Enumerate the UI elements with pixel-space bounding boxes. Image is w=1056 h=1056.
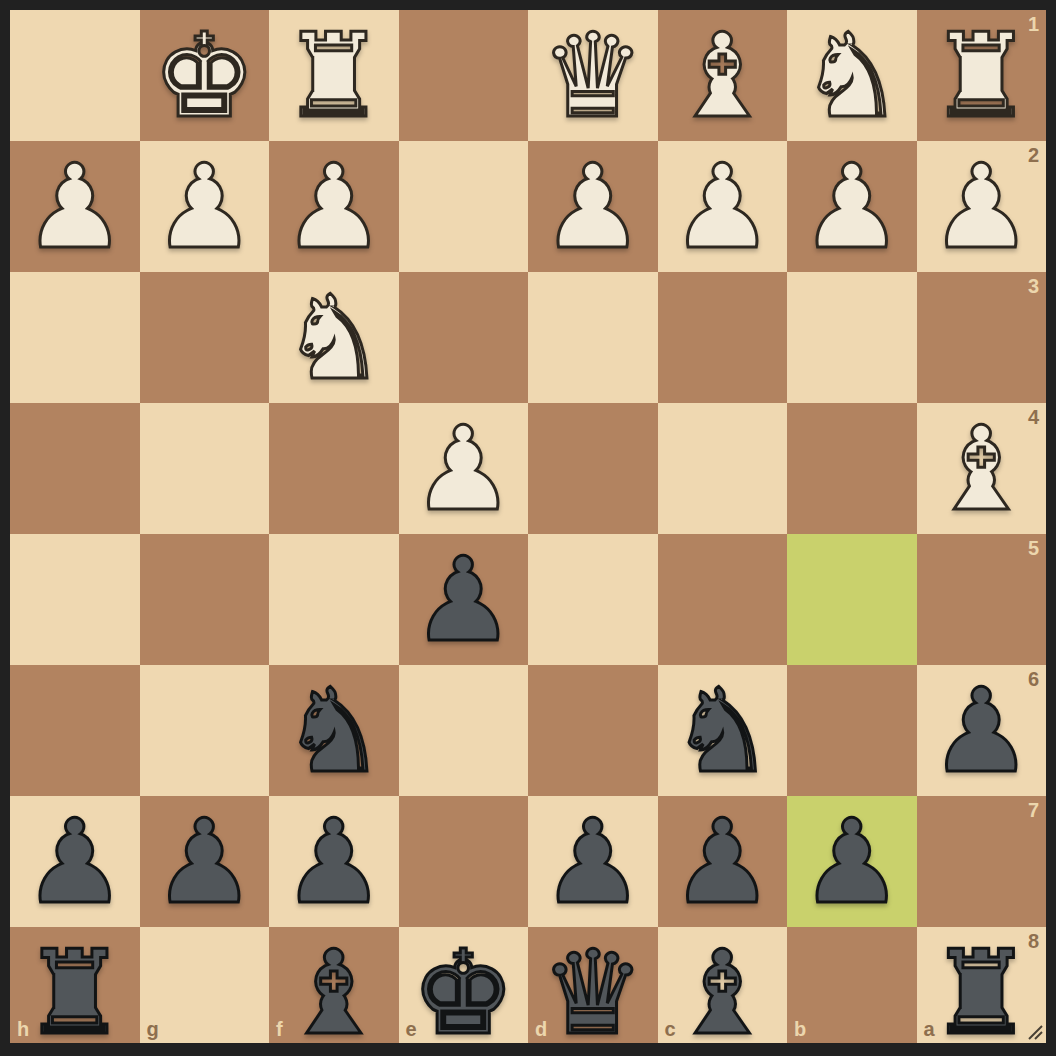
square-f5[interactable]	[269, 534, 399, 665]
piece-black-pawn[interactable]: ♟	[282, 804, 386, 920]
square-b1[interactable]: ♞	[787, 10, 917, 141]
file-label-h: h	[17, 1018, 29, 1041]
square-d4[interactable]	[528, 403, 658, 534]
square-h3[interactable]	[10, 272, 140, 403]
rank-label-5: 5	[1028, 537, 1039, 560]
square-e2[interactable]	[399, 141, 529, 272]
piece-white-rook[interactable]: ♜	[929, 18, 1033, 134]
piece-white-pawn[interactable]: ♟	[929, 149, 1033, 265]
piece-black-queen[interactable]: ♛	[541, 935, 645, 1051]
piece-black-knight[interactable]: ♞	[282, 673, 386, 789]
piece-white-knight[interactable]: ♞	[800, 18, 904, 134]
square-d1[interactable]: ♛	[528, 10, 658, 141]
square-h1[interactable]	[10, 10, 140, 141]
square-g7[interactable]: ♟	[140, 796, 270, 927]
square-a3[interactable]: 3	[917, 272, 1047, 403]
piece-black-pawn[interactable]: ♟	[411, 542, 515, 658]
square-h8[interactable]: h♜	[10, 927, 140, 1056]
piece-white-pawn[interactable]: ♟	[23, 149, 127, 265]
square-a7[interactable]: 7	[917, 796, 1047, 927]
square-e7[interactable]	[399, 796, 529, 927]
square-e3[interactable]	[399, 272, 529, 403]
piece-white-pawn[interactable]: ♟	[670, 149, 774, 265]
piece-white-pawn[interactable]: ♟	[282, 149, 386, 265]
square-e8[interactable]: e♚	[399, 927, 529, 1056]
square-g3[interactable]	[140, 272, 270, 403]
square-g2[interactable]: ♟	[140, 141, 270, 272]
square-f2[interactable]: ♟	[269, 141, 399, 272]
square-a5[interactable]: 5	[917, 534, 1047, 665]
piece-black-knight[interactable]: ♞	[670, 673, 774, 789]
square-h4[interactable]	[10, 403, 140, 534]
square-e5[interactable]: ♟	[399, 534, 529, 665]
square-c1[interactable]: ♝	[658, 10, 788, 141]
rank-label-3: 3	[1028, 275, 1039, 298]
piece-white-pawn[interactable]: ♟	[800, 149, 904, 265]
square-e4[interactable]: ♟	[399, 403, 529, 534]
square-d5[interactable]	[528, 534, 658, 665]
square-c8[interactable]: c♝	[658, 927, 788, 1056]
rank-label-8: 8	[1028, 930, 1039, 953]
piece-white-bishop[interactable]: ♝	[670, 18, 774, 134]
square-b7[interactable]: ♟	[787, 796, 917, 927]
piece-black-pawn[interactable]: ♟	[23, 804, 127, 920]
square-f1[interactable]: ♜	[269, 10, 399, 141]
square-e6[interactable]	[399, 665, 529, 796]
square-f6[interactable]: ♞	[269, 665, 399, 796]
file-label-a: a	[924, 1018, 935, 1041]
piece-white-bishop[interactable]: ♝	[929, 411, 1033, 527]
square-g5[interactable]	[140, 534, 270, 665]
piece-white-pawn[interactable]: ♟	[152, 149, 256, 265]
square-a1[interactable]: 1♜	[917, 10, 1047, 141]
square-a6[interactable]: 6♟	[917, 665, 1047, 796]
square-f3[interactable]: ♞	[269, 272, 399, 403]
rank-label-1: 1	[1028, 13, 1039, 36]
square-f4[interactable]	[269, 403, 399, 534]
piece-black-pawn[interactable]: ♟	[929, 673, 1033, 789]
square-h7[interactable]: ♟	[10, 796, 140, 927]
piece-white-rook[interactable]: ♜	[282, 18, 386, 134]
resize-handle-icon[interactable]	[1025, 1022, 1043, 1040]
square-b3[interactable]	[787, 272, 917, 403]
square-d8[interactable]: d♛	[528, 927, 658, 1056]
square-c2[interactable]: ♟	[658, 141, 788, 272]
piece-black-bishop[interactable]: ♝	[670, 935, 774, 1051]
square-b2[interactable]: ♟	[787, 141, 917, 272]
square-c5[interactable]	[658, 534, 788, 665]
rank-label-2: 2	[1028, 144, 1039, 167]
rank-label-7: 7	[1028, 799, 1039, 822]
square-b8[interactable]: b	[787, 927, 917, 1056]
file-label-g: g	[147, 1018, 159, 1041]
piece-black-bishop[interactable]: ♝	[282, 935, 386, 1051]
piece-white-knight[interactable]: ♞	[282, 280, 386, 396]
square-g8[interactable]: g	[140, 927, 270, 1056]
square-c3[interactable]	[658, 272, 788, 403]
square-h2[interactable]: ♟	[10, 141, 140, 272]
board-frame: ♚♜♛♝♞1♜♟♟♟♟♟♟2♟♞3♟4♝♟5♞♞6♟♟♟♟♟♟♟7h♜gf♝e♚…	[0, 0, 1056, 1056]
piece-white-pawn[interactable]: ♟	[411, 411, 515, 527]
file-label-c: c	[665, 1018, 676, 1041]
piece-black-rook[interactable]: ♜	[23, 935, 127, 1051]
rank-label-4: 4	[1028, 406, 1039, 429]
square-d3[interactable]	[528, 272, 658, 403]
square-b6[interactable]	[787, 665, 917, 796]
file-label-e: e	[406, 1018, 417, 1041]
square-d6[interactable]	[528, 665, 658, 796]
file-label-f: f	[276, 1018, 283, 1041]
square-f7[interactable]: ♟	[269, 796, 399, 927]
square-g1[interactable]: ♚	[140, 10, 270, 141]
piece-white-queen[interactable]: ♛	[541, 18, 645, 134]
piece-black-pawn[interactable]: ♟	[670, 804, 774, 920]
square-d7[interactable]: ♟	[528, 796, 658, 927]
piece-white-king[interactable]: ♚	[152, 18, 256, 134]
square-a4[interactable]: 4♝	[917, 403, 1047, 534]
square-c6[interactable]: ♞	[658, 665, 788, 796]
board-bottom-border	[0, 1043, 1056, 1056]
file-label-b: b	[794, 1018, 806, 1041]
square-e1[interactable]	[399, 10, 529, 141]
piece-black-pawn[interactable]: ♟	[800, 804, 904, 920]
square-d2[interactable]: ♟	[528, 141, 658, 272]
square-a2[interactable]: 2♟	[917, 141, 1047, 272]
square-b5[interactable]	[787, 534, 917, 665]
square-h5[interactable]	[10, 534, 140, 665]
piece-black-king[interactable]: ♚	[411, 935, 515, 1051]
file-label-d: d	[535, 1018, 547, 1041]
square-h6[interactable]	[10, 665, 140, 796]
square-f8[interactable]: f♝	[269, 927, 399, 1056]
rank-label-6: 6	[1028, 668, 1039, 691]
square-g6[interactable]	[140, 665, 270, 796]
square-g4[interactable]	[140, 403, 270, 534]
piece-white-pawn[interactable]: ♟	[541, 149, 645, 265]
piece-black-rook[interactable]: ♜	[929, 935, 1033, 1051]
square-c7[interactable]: ♟	[658, 796, 788, 927]
square-c4[interactable]	[658, 403, 788, 534]
chess-board[interactable]: ♚♜♛♝♞1♜♟♟♟♟♟♟2♟♞3♟4♝♟5♞♞6♟♟♟♟♟♟♟7h♜gf♝e♚…	[10, 10, 1046, 1056]
square-b4[interactable]	[787, 403, 917, 534]
piece-black-pawn[interactable]: ♟	[152, 804, 256, 920]
piece-black-pawn[interactable]: ♟	[541, 804, 645, 920]
